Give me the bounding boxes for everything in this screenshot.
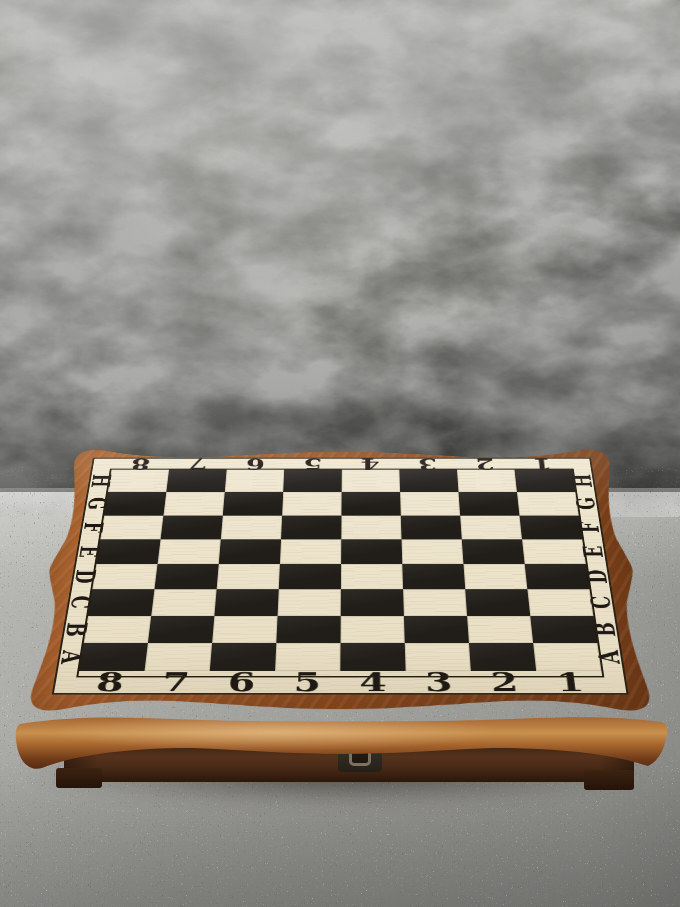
square-f5[interactable] [281,515,341,539]
square-e1[interactable] [522,539,586,564]
square-c4[interactable] [341,589,404,615]
square-c8[interactable] [88,589,154,615]
rank-label-top-4: 4 [342,459,400,470]
square-g2[interactable] [459,492,520,515]
rank-label-bottom-8: 8 [76,671,145,693]
square-b4[interactable] [341,616,405,643]
square-g7[interactable] [163,492,224,515]
square-f4[interactable] [341,515,401,539]
photo-scene: 87654321HHGGFFEEDDCCBBAA87654321 [0,0,680,907]
square-e5[interactable] [280,539,341,564]
box-foot-left [56,768,102,788]
wood-frame: 87654321HHGGFFEEDDCCBBAA87654321 [20,446,660,716]
square-g8[interactable] [104,492,166,515]
file-label-right-G: G [575,492,598,515]
square-e2[interactable] [462,539,525,564]
square-e8[interactable] [96,539,160,564]
square-g4[interactable] [341,492,400,515]
square-d5[interactable] [279,564,341,589]
square-g6[interactable] [223,492,283,515]
file-label-right-D: D [586,564,610,589]
square-b7[interactable] [148,616,214,643]
square-d4[interactable] [341,564,403,589]
square-c5[interactable] [278,589,341,615]
file-label-right-F: F [579,515,602,539]
square-e3[interactable] [402,539,464,564]
square-f8[interactable] [100,515,163,539]
file-label-right-C: C [590,589,615,615]
square-f1[interactable] [519,515,582,539]
square-d1[interactable] [525,564,590,589]
rank-label-top-8: 8 [111,459,170,470]
box-foot-right [584,770,634,790]
square-d6[interactable] [217,564,280,589]
board-3d-plane: 87654321HHGGFFEEDDCCBBAA87654321 [20,446,660,716]
square-g3[interactable] [400,492,460,515]
square-c2[interactable] [465,589,530,615]
square-b6[interactable] [212,616,277,643]
square-d2[interactable] [463,564,527,589]
board-corner [601,671,626,693]
square-b3[interactable] [404,616,469,643]
square-c6[interactable] [214,589,278,615]
rank-label-top-2: 2 [456,459,514,470]
file-label-right-H: H [572,470,594,493]
board-corner [571,459,592,470]
square-g1[interactable] [517,492,579,515]
rank-label-bottom-4: 4 [340,671,406,693]
square-d8[interactable] [92,564,157,589]
rank-label-top-1: 1 [513,459,572,470]
rank-label-bottom-7: 7 [142,671,210,693]
rank-label-bottom-5: 5 [274,671,340,693]
rank-label-top-5: 5 [284,459,342,470]
square-g5[interactable] [282,492,341,515]
square-b2[interactable] [467,616,533,643]
square-c7[interactable] [151,589,216,615]
rank-label-bottom-6: 6 [208,671,275,693]
square-f6[interactable] [221,515,282,539]
square-d3[interactable] [402,564,465,589]
rank-label-bottom-2: 2 [471,671,539,693]
square-e7[interactable] [158,539,221,564]
board-corner [93,459,114,470]
square-b1[interactable] [530,616,597,643]
rank-label-bottom-1: 1 [536,671,605,693]
board-scene: 87654321HHGGFFEEDDCCBBAA87654321 [20,210,660,716]
file-label-right-A: A [597,643,623,671]
rank-label-top-7: 7 [169,459,227,470]
square-f2[interactable] [460,515,522,539]
square-e4[interactable] [341,539,402,564]
square-c1[interactable] [527,589,593,615]
file-label-right-E: E [582,539,606,564]
file-label-right-B: B [593,616,618,643]
square-d7[interactable] [154,564,218,589]
square-f7[interactable] [161,515,223,539]
chessboard: 87654321HHGGFFEEDDCCBBAA87654321 [52,458,629,695]
square-f3[interactable] [401,515,462,539]
rank-label-top-6: 6 [227,459,285,470]
square-b8[interactable] [84,616,152,643]
rank-label-top-3: 3 [399,459,457,470]
square-e6[interactable] [219,539,281,564]
square-c3[interactable] [403,589,467,615]
rank-label-bottom-3: 3 [406,671,473,693]
square-b5[interactable] [276,616,340,643]
